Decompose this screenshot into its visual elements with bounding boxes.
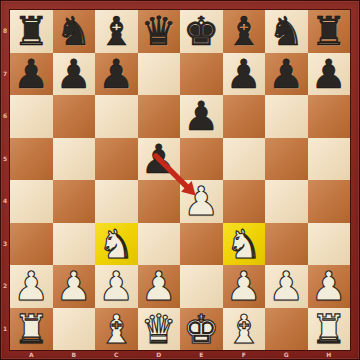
square-d7[interactable] xyxy=(138,53,181,96)
black-pawn[interactable]: ♟ xyxy=(180,95,223,138)
black-rook[interactable]: ♜ xyxy=(308,10,351,53)
black-pawn[interactable]: ♟ xyxy=(308,53,351,96)
black-bishop[interactable]: ♝ xyxy=(95,10,138,53)
square-g8[interactable]: ♞ xyxy=(265,10,308,53)
square-e4[interactable]: ♟ xyxy=(180,180,223,223)
rank-label-8: 8 xyxy=(0,10,10,53)
black-pawn[interactable]: ♟ xyxy=(265,53,308,96)
file-label-d: D xyxy=(138,350,181,360)
chessboard-widget: ♜♞♝♛♚♝♞♜♟♟♟♟♟♟♟♟♟♞♞♟♟♟♟♟♟♟♜♝♛♚♝♜ 8765432… xyxy=(0,0,360,360)
square-d6[interactable] xyxy=(138,95,181,138)
square-h8[interactable]: ♜ xyxy=(308,10,351,53)
file-label-h: H xyxy=(308,350,351,360)
square-g3[interactable] xyxy=(265,223,308,266)
square-d4[interactable] xyxy=(138,180,181,223)
square-a4[interactable] xyxy=(10,180,53,223)
square-d1[interactable]: ♛ xyxy=(138,308,181,351)
white-bishop[interactable]: ♝ xyxy=(95,308,138,351)
rank-label-5: 5 xyxy=(0,138,10,181)
square-d3[interactable] xyxy=(138,223,181,266)
rank-label-7: 7 xyxy=(0,53,10,96)
square-e1[interactable]: ♚ xyxy=(180,308,223,351)
black-king[interactable]: ♚ xyxy=(180,10,223,53)
square-c4[interactable] xyxy=(95,180,138,223)
black-pawn[interactable]: ♟ xyxy=(223,53,266,96)
white-pawn[interactable]: ♟ xyxy=(308,265,351,308)
square-f8[interactable]: ♝ xyxy=(223,10,266,53)
white-rook[interactable]: ♜ xyxy=(10,308,53,351)
white-pawn[interactable]: ♟ xyxy=(95,265,138,308)
file-label-e: E xyxy=(180,350,223,360)
square-c8[interactable]: ♝ xyxy=(95,10,138,53)
file-label-a: A xyxy=(10,350,53,360)
square-a2[interactable]: ♟ xyxy=(10,265,53,308)
square-h5[interactable] xyxy=(308,138,351,181)
square-c7[interactable]: ♟ xyxy=(95,53,138,96)
square-b6[interactable] xyxy=(53,95,96,138)
file-label-c: C xyxy=(95,350,138,360)
square-b2[interactable]: ♟ xyxy=(53,265,96,308)
square-c2[interactable]: ♟ xyxy=(95,265,138,308)
square-c5[interactable] xyxy=(95,138,138,181)
square-h6[interactable] xyxy=(308,95,351,138)
square-a5[interactable] xyxy=(10,138,53,181)
square-f3[interactable]: ♞ xyxy=(223,223,266,266)
white-king[interactable]: ♚ xyxy=(180,308,223,351)
square-f2[interactable]: ♟ xyxy=(223,265,266,308)
square-d8[interactable]: ♛ xyxy=(138,10,181,53)
square-g2[interactable]: ♟ xyxy=(265,265,308,308)
rank-label-3: 3 xyxy=(0,223,10,266)
file-label-f: F xyxy=(223,350,266,360)
square-a6[interactable] xyxy=(10,95,53,138)
black-pawn[interactable]: ♟ xyxy=(10,53,53,96)
black-rook[interactable]: ♜ xyxy=(10,10,53,53)
square-f7[interactable]: ♟ xyxy=(223,53,266,96)
rank-label-4: 4 xyxy=(0,180,10,223)
square-h3[interactable] xyxy=(308,223,351,266)
square-g5[interactable] xyxy=(265,138,308,181)
square-a8[interactable]: ♜ xyxy=(10,10,53,53)
white-pawn[interactable]: ♟ xyxy=(180,180,223,223)
square-a1[interactable]: ♜ xyxy=(10,308,53,351)
square-e2[interactable] xyxy=(180,265,223,308)
square-e5[interactable] xyxy=(180,138,223,181)
square-g1[interactable] xyxy=(265,308,308,351)
white-pawn[interactable]: ♟ xyxy=(223,265,266,308)
square-e3[interactable] xyxy=(180,223,223,266)
square-f4[interactable] xyxy=(223,180,266,223)
white-pawn[interactable]: ♟ xyxy=(265,265,308,308)
black-pawn[interactable]: ♟ xyxy=(138,138,181,181)
square-h7[interactable]: ♟ xyxy=(308,53,351,96)
white-pawn[interactable]: ♟ xyxy=(138,265,181,308)
rank-label-1: 1 xyxy=(0,308,10,351)
square-b7[interactable]: ♟ xyxy=(53,53,96,96)
square-b8[interactable]: ♞ xyxy=(53,10,96,53)
white-pawn[interactable]: ♟ xyxy=(10,265,53,308)
square-g4[interactable] xyxy=(265,180,308,223)
square-f6[interactable] xyxy=(223,95,266,138)
square-d2[interactable]: ♟ xyxy=(138,265,181,308)
square-f5[interactable] xyxy=(223,138,266,181)
square-b1[interactable] xyxy=(53,308,96,351)
square-b5[interactable] xyxy=(53,138,96,181)
square-b3[interactable] xyxy=(53,223,96,266)
square-d5[interactable]: ♟ xyxy=(138,138,181,181)
square-f1[interactable]: ♝ xyxy=(223,308,266,351)
file-label-g: G xyxy=(265,350,308,360)
square-h4[interactable] xyxy=(308,180,351,223)
rank-label-2: 2 xyxy=(0,265,10,308)
white-pawn[interactable]: ♟ xyxy=(53,265,96,308)
white-rook[interactable]: ♜ xyxy=(308,308,351,351)
square-h2[interactable]: ♟ xyxy=(308,265,351,308)
black-queen[interactable]: ♛ xyxy=(138,10,181,53)
square-g7[interactable]: ♟ xyxy=(265,53,308,96)
black-pawn[interactable]: ♟ xyxy=(53,53,96,96)
square-a3[interactable] xyxy=(10,223,53,266)
rank-label-6: 6 xyxy=(0,95,10,138)
square-c3[interactable]: ♞ xyxy=(95,223,138,266)
square-c1[interactable]: ♝ xyxy=(95,308,138,351)
white-queen[interactable]: ♛ xyxy=(138,308,181,351)
square-e6[interactable]: ♟ xyxy=(180,95,223,138)
black-knight[interactable]: ♞ xyxy=(265,10,308,53)
square-h1[interactable]: ♜ xyxy=(308,308,351,351)
white-knight[interactable]: ♞ xyxy=(95,223,138,266)
square-a7[interactable]: ♟ xyxy=(10,53,53,96)
file-label-b: B xyxy=(53,350,96,360)
square-e8[interactable]: ♚ xyxy=(180,10,223,53)
chess-board: ♜♞♝♛♚♝♞♜♟♟♟♟♟♟♟♟♟♞♞♟♟♟♟♟♟♟♜♝♛♚♝♜ xyxy=(10,10,350,350)
square-g6[interactable] xyxy=(265,95,308,138)
black-knight[interactable]: ♞ xyxy=(53,10,96,53)
white-knight[interactable]: ♞ xyxy=(223,223,266,266)
black-bishop[interactable]: ♝ xyxy=(223,10,266,53)
square-e7[interactable] xyxy=(180,53,223,96)
black-pawn[interactable]: ♟ xyxy=(95,53,138,96)
square-b4[interactable] xyxy=(53,180,96,223)
square-c6[interactable] xyxy=(95,95,138,138)
white-bishop[interactable]: ♝ xyxy=(223,308,266,351)
